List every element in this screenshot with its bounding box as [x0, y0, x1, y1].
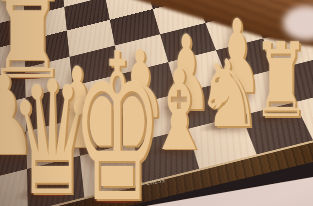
chess-photo-frame: THE QUEEN OF CHESS ♜♟♛♟♚♟♝♟♞♟♜: [0, 0, 313, 206]
white-king-glyph: ♚: [72, 28, 162, 206]
piece-king: ♚: [72, 52, 162, 203]
pieces-layer: ♜♟♛♟♚♟♝♟♞♟♜: [0, 0, 313, 206]
